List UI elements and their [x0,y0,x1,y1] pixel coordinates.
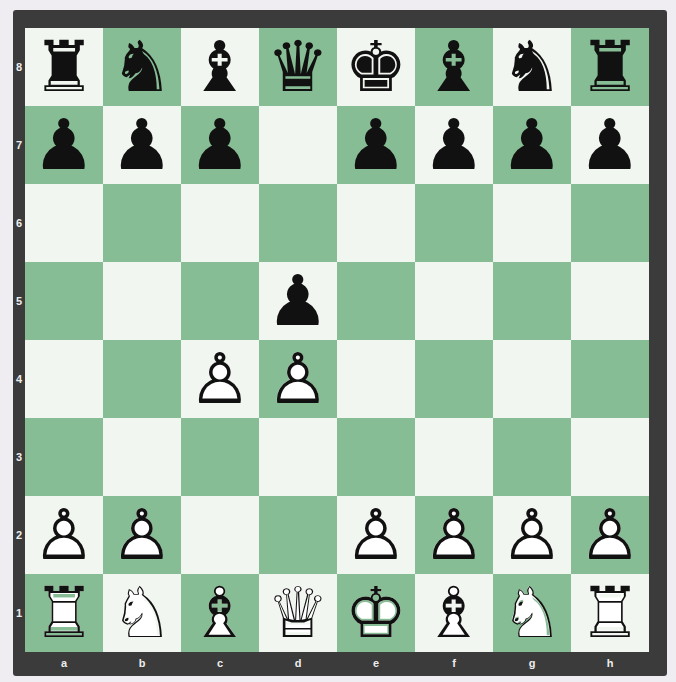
square-d3[interactable] [259,418,337,496]
square-g4[interactable] [493,340,571,418]
square-e4[interactable] [337,340,415,418]
square-b2[interactable]: ♟♙ [103,496,181,574]
square-h6[interactable] [571,184,649,262]
rank-label-3: 3 [13,418,25,496]
file-label-b: b [103,652,181,676]
piece-white-pawn-a2[interactable]: ♟♙ [25,496,103,574]
white-piece-outline-layer: ♘ [493,574,571,652]
piece-white-pawn-d4[interactable]: ♟♙ [259,340,337,418]
white-piece-outline-layer: ♙ [415,496,493,574]
piece-white-pawn-f2[interactable]: ♟♙ [415,496,493,574]
white-piece-outline-layer: ♙ [571,496,649,574]
rank-label-4: 4 [13,340,25,418]
piece-white-rook-h1[interactable]: ♜♖ [571,574,649,652]
square-a1[interactable]: ♜♖ [25,574,103,652]
square-d8[interactable]: ♛ [259,28,337,106]
piece-black-rook-h8[interactable]: ♜ [571,28,649,106]
piece-black-pawn-h7[interactable]: ♟ [571,106,649,184]
square-a4[interactable] [25,340,103,418]
square-c6[interactable] [181,184,259,262]
square-a5[interactable] [25,262,103,340]
white-piece-outline-layer: ♗ [415,574,493,652]
white-piece-outline-layer: ♙ [493,496,571,574]
file-label-a: a [25,652,103,676]
rank-label-2: 2 [13,496,25,574]
file-label-c: c [181,652,259,676]
square-b5[interactable] [103,262,181,340]
piece-black-knight-g8[interactable]: ♞ [493,28,571,106]
rank-label-7: 7 [13,106,25,184]
white-piece-outline-layer: ♕ [259,574,337,652]
square-h1[interactable]: ♜♖ [571,574,649,652]
square-b4[interactable] [103,340,181,418]
square-f3[interactable] [415,418,493,496]
square-b6[interactable] [103,184,181,262]
square-a2[interactable]: ♟♙ [25,496,103,574]
square-c1[interactable]: ♝♗ [181,574,259,652]
white-piece-outline-layer: ♖ [571,574,649,652]
square-e1[interactable]: ♚♔ [337,574,415,652]
square-g2[interactable]: ♟♙ [493,496,571,574]
square-h2[interactable]: ♟♙ [571,496,649,574]
square-g1[interactable]: ♞♘ [493,574,571,652]
square-c4[interactable]: ♟♙ [181,340,259,418]
file-label-e: e [337,652,415,676]
square-e3[interactable] [337,418,415,496]
square-f6[interactable] [415,184,493,262]
piece-black-bishop-c8[interactable]: ♝ [181,28,259,106]
chess-board: ♜♞♝♛♚♝♞♜♟♟♟♟♟♟♟♟♟♙♟♙♟♙♟♙♟♙♟♙♟♙♟♙♜♖♞♘♝♗♛♕… [25,28,649,652]
square-e8[interactable]: ♚ [337,28,415,106]
white-piece-outline-layer: ♙ [181,340,259,418]
square-f7[interactable]: ♟ [415,106,493,184]
square-d6[interactable] [259,184,337,262]
rank-label-1: 1 [13,574,25,652]
square-h8[interactable]: ♜ [571,28,649,106]
square-d1[interactable]: ♛♕ [259,574,337,652]
white-piece-outline-layer: ♗ [181,574,259,652]
white-piece-outline-layer: ♙ [25,496,103,574]
piece-black-king-e8[interactable]: ♚ [337,28,415,106]
piece-white-rook-a1[interactable]: ♜♖ [25,574,103,652]
square-h7[interactable]: ♟ [571,106,649,184]
piece-white-pawn-g2[interactable]: ♟♙ [493,496,571,574]
square-g6[interactable] [493,184,571,262]
file-label-h: h [571,652,649,676]
piece-black-pawn-f7[interactable]: ♟ [415,106,493,184]
piece-black-pawn-g7[interactable]: ♟ [493,106,571,184]
piece-black-pawn-e7[interactable]: ♟ [337,106,415,184]
piece-black-pawn-c7[interactable]: ♟ [181,106,259,184]
square-f5[interactable] [415,262,493,340]
square-g8[interactable]: ♞ [493,28,571,106]
piece-white-pawn-b2[interactable]: ♟♙ [103,496,181,574]
piece-white-knight-b1[interactable]: ♞♘ [103,574,181,652]
square-c2[interactable] [181,496,259,574]
white-piece-outline-layer: ♖ [25,574,103,652]
piece-black-queen-d8[interactable]: ♛ [259,28,337,106]
white-piece-outline-layer: ♙ [337,496,415,574]
piece-white-pawn-e2[interactable]: ♟♙ [337,496,415,574]
rank-label-8: 8 [13,28,25,106]
square-b3[interactable] [103,418,181,496]
square-f8[interactable]: ♝ [415,28,493,106]
square-f2[interactable]: ♟♙ [415,496,493,574]
square-c3[interactable] [181,418,259,496]
square-c5[interactable] [181,262,259,340]
square-e2[interactable]: ♟♙ [337,496,415,574]
piece-white-bishop-f1[interactable]: ♝♗ [415,574,493,652]
piece-white-bishop-c1[interactable]: ♝♗ [181,574,259,652]
square-h3[interactable] [571,418,649,496]
square-a6[interactable] [25,184,103,262]
square-e6[interactable] [337,184,415,262]
square-a7[interactable]: ♟ [25,106,103,184]
rank-label-6: 6 [13,184,25,262]
square-e7[interactable]: ♟ [337,106,415,184]
square-b8[interactable]: ♞ [103,28,181,106]
piece-white-queen-d1[interactable]: ♛♕ [259,574,337,652]
piece-white-pawn-c4[interactable]: ♟♙ [181,340,259,418]
white-piece-outline-layer: ♘ [103,574,181,652]
square-c7[interactable]: ♟ [181,106,259,184]
square-g3[interactable] [493,418,571,496]
file-label-g: g [493,652,571,676]
square-a8[interactable]: ♜ [25,28,103,106]
white-piece-outline-layer: ♔ [337,574,415,652]
square-d2[interactable] [259,496,337,574]
square-d4[interactable]: ♟♙ [259,340,337,418]
piece-black-bishop-f8[interactable]: ♝ [415,28,493,106]
square-d5[interactable]: ♟ [259,262,337,340]
square-h5[interactable] [571,262,649,340]
square-g7[interactable]: ♟ [493,106,571,184]
piece-white-knight-g1[interactable]: ♞♘ [493,574,571,652]
piece-black-pawn-a7[interactable]: ♟ [25,106,103,184]
file-label-d: d [259,652,337,676]
square-b7[interactable]: ♟ [103,106,181,184]
square-c8[interactable]: ♝ [181,28,259,106]
file-label-f: f [415,652,493,676]
piece-white-king-e1[interactable]: ♚♔ [337,574,415,652]
square-f4[interactable] [415,340,493,418]
piece-black-pawn-b7[interactable]: ♟ [103,106,181,184]
white-piece-outline-layer: ♙ [103,496,181,574]
square-f1[interactable]: ♝♗ [415,574,493,652]
square-h4[interactable] [571,340,649,418]
square-d7[interactable] [259,106,337,184]
board-frame: ♜♞♝♛♚♝♞♜♟♟♟♟♟♟♟♟♟♙♟♙♟♙♟♙♟♙♟♙♟♙♟♙♜♖♞♘♝♗♛♕… [13,10,667,676]
piece-black-pawn-d5[interactable]: ♟ [259,262,337,340]
piece-white-pawn-h2[interactable]: ♟♙ [571,496,649,574]
square-e5[interactable] [337,262,415,340]
square-g5[interactable] [493,262,571,340]
rank-label-5: 5 [13,262,25,340]
square-a3[interactable] [25,418,103,496]
piece-black-rook-a8[interactable]: ♜ [25,28,103,106]
piece-black-knight-b8[interactable]: ♞ [103,28,181,106]
square-b1[interactable]: ♞♘ [103,574,181,652]
white-piece-outline-layer: ♙ [259,340,337,418]
